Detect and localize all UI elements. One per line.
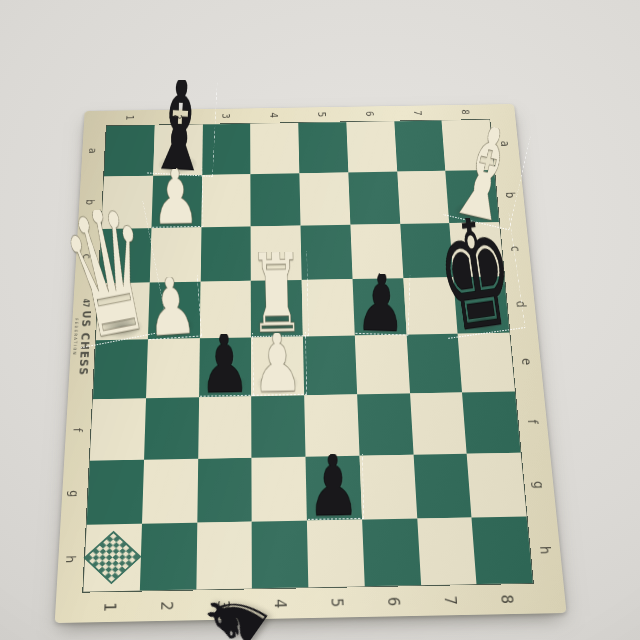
file-label-right-c: c <box>482 237 550 260</box>
file-label-right-g: g <box>502 471 576 498</box>
file-label-left-h: h <box>34 547 108 572</box>
square-d2[interactable]: ♟ <box>148 282 201 340</box>
rank-label-bottom-7: 7 <box>433 574 468 628</box>
square-e6[interactable] <box>355 335 410 395</box>
file-label-left-f: f <box>43 419 114 442</box>
square-e5[interactable] <box>303 336 357 396</box>
square-e2[interactable] <box>146 338 200 398</box>
rank-label-top-6: 6 <box>360 95 380 133</box>
file-label-right-d: d <box>487 292 556 316</box>
square-f6[interactable] <box>357 393 413 455</box>
square-c3[interactable] <box>200 226 251 281</box>
square-b3[interactable] <box>201 174 251 227</box>
square-e4[interactable]: ♟ <box>251 336 304 396</box>
square-f3[interactable] <box>198 396 252 458</box>
black-king[interactable]: ♚ <box>431 212 520 336</box>
rank-label-top-1: 1 <box>120 99 140 137</box>
file-label-right-h: h <box>508 536 583 564</box>
square-b2[interactable]: ♟ <box>151 175 202 228</box>
square-d6[interactable]: ♟ <box>352 278 406 335</box>
rank-label-top-2: 2 <box>168 98 187 136</box>
detection-box <box>352 270 411 335</box>
file-label-left-b: b <box>58 193 124 213</box>
white-pawn[interactable]: ♟ <box>251 332 303 394</box>
square-g2[interactable] <box>142 459 198 524</box>
detection-box <box>425 207 525 339</box>
file-label-left-a: a <box>61 141 125 160</box>
white-pawn[interactable]: ♟ <box>151 168 200 226</box>
square-g4[interactable] <box>252 457 307 522</box>
black-pawn[interactable]: ♟ <box>198 333 250 395</box>
square-g7[interactable] <box>413 454 472 519</box>
square-e7[interactable] <box>406 334 462 394</box>
brand-number: 47 <box>82 298 91 307</box>
black-pawn[interactable]: ♟ <box>355 272 407 333</box>
rank-label-bottom-6: 6 <box>377 575 411 629</box>
detection-box <box>141 273 202 340</box>
file-label-right-e: e <box>492 349 562 374</box>
square-c5[interactable] <box>301 225 353 280</box>
square-g6[interactable] <box>359 455 416 520</box>
rank-label-top-8: 8 <box>455 93 477 131</box>
square-b4[interactable] <box>251 173 301 226</box>
board-grid: ♝♟♝♛♟♜♟♚♟♟♟ <box>82 119 534 593</box>
white-pawn[interactable]: ♟ <box>145 275 199 338</box>
square-g5[interactable]: ♟ <box>306 456 362 521</box>
file-label-right-a: a <box>473 133 538 154</box>
square-d5[interactable] <box>302 279 355 336</box>
detection-box <box>303 451 365 519</box>
square-f7[interactable] <box>410 392 467 454</box>
file-label-right-b: b <box>477 184 543 206</box>
square-f2[interactable] <box>144 397 199 459</box>
rank-label-top-4: 4 <box>265 96 284 134</box>
square-g3[interactable] <box>197 458 252 523</box>
square-f4[interactable] <box>251 395 305 457</box>
table-surface: 12345678 12345678 abcfgh abcdefgh 47 US … <box>0 0 640 640</box>
chess-board: 12345678 12345678 abcfgh abcdefgh 47 US … <box>55 104 567 623</box>
rank-label-top-3: 3 <box>217 97 236 135</box>
black-pawn[interactable]: ♟ <box>307 454 361 518</box>
file-label-left-g: g <box>38 481 111 505</box>
square-b6[interactable] <box>348 172 400 225</box>
square-e3[interactable]: ♟ <box>199 337 252 397</box>
file-label-right-f: f <box>497 409 569 435</box>
rank-label-bottom-8: 8 <box>489 573 525 627</box>
detection-box <box>195 331 254 397</box>
detection-box <box>148 165 204 227</box>
rank-label-top-5: 5 <box>312 96 332 134</box>
rank-label-top-7: 7 <box>407 94 428 132</box>
square-b5[interactable] <box>299 172 350 225</box>
rank-label-bottom-2: 2 <box>150 579 183 633</box>
detection-box <box>248 330 307 396</box>
file-label-left-c: c <box>54 246 121 266</box>
rank-label-bottom-1: 1 <box>93 580 127 634</box>
rank-label-bottom-5: 5 <box>320 576 353 630</box>
